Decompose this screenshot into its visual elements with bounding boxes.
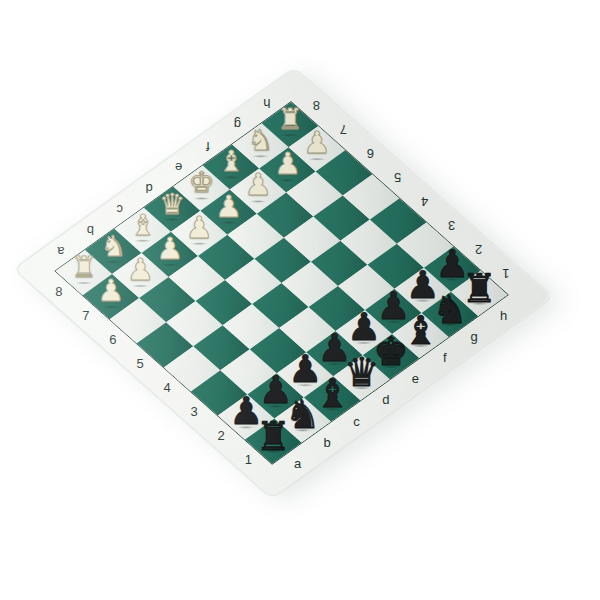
rank-label-3-left: 3 — [182, 391, 206, 431]
rank-label-5-left: 5 — [128, 343, 152, 383]
chess-board: ♜♞♝♛♚♝♞♜♟♟♟♟♟♟♟♟♟♟♟♟♟♟♟♟♜♞♝♛♚♝♞♜ — [56, 102, 508, 464]
chess-mat: abcdefgh abcdefgh 87654321 87654321 ♜♞♝♛… — [13, 67, 552, 499]
piece-white-pawn: ♟ — [297, 123, 337, 163]
rank-label-4-right: 4 — [413, 182, 437, 222]
rank-label-5-right: 5 — [386, 158, 410, 198]
rank-label-6-right: 6 — [358, 134, 382, 174]
piece-black-rook: ♜ — [459, 268, 499, 308]
rank-label-6-left: 6 — [101, 319, 125, 359]
product-photo-scene: abcdefgh abcdefgh 87654321 87654321 ♜♞♝♛… — [0, 0, 600, 600]
rank-label-4-left: 4 — [155, 367, 179, 407]
